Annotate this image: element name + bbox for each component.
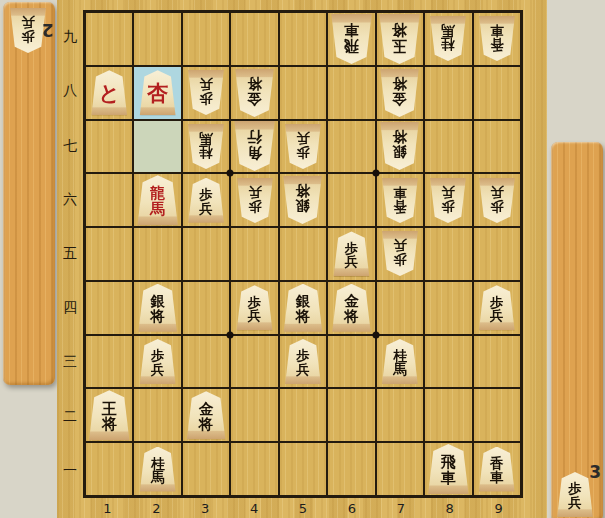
board-grid: 飛車玉将桂馬香車と杏歩兵金将金将桂馬角行歩兵銀将龍馬歩兵歩兵銀将香車歩兵歩兵歩兵… — [83, 10, 523, 498]
piece-kanji: 将 — [296, 309, 311, 324]
piece-kanji: 馬 — [151, 471, 165, 485]
piece-kanji: 車 — [490, 471, 504, 485]
shogi-piece-玉将-top[interactable]: 玉将 — [378, 14, 421, 64]
file-label-7: 7 — [376, 498, 425, 518]
shogi-piece-歩兵-top[interactable]: 歩兵 — [478, 178, 516, 223]
shogi-piece-金将-top[interactable]: 金将 — [379, 69, 420, 117]
shogi-piece-歩兵-bottom[interactable]: 歩兵 — [478, 285, 516, 330]
piece-kanji: 将 — [393, 76, 408, 91]
square-f4-r6[interactable]: 歩兵 — [231, 174, 277, 226]
piece-kanji: 銀 — [393, 145, 408, 160]
square-f3-r7[interactable]: 桂馬 — [183, 121, 229, 173]
square-f7-r4[interactable] — [377, 282, 423, 334]
square-f5-r8[interactable] — [280, 67, 326, 119]
piece-kanji: 将 — [247, 76, 262, 91]
square-f8-r9[interactable]: 桂馬 — [425, 13, 471, 65]
square-f4-r7[interactable]: 角行 — [231, 121, 277, 173]
gote-hand-stand: 歩兵 2 — [3, 2, 55, 385]
square-f2-r7[interactable] — [134, 121, 180, 173]
shogi-piece-銀将-bottom[interactable]: 銀将 — [282, 284, 323, 332]
square-f1-r3[interactable] — [86, 336, 132, 388]
shogi-piece-歩兵-bottom[interactable]: 歩兵 — [187, 178, 225, 223]
piece-kanji: 兵 — [296, 363, 310, 377]
piece-kanji: 将 — [392, 22, 407, 37]
piece-kanji: 兵 — [151, 363, 165, 377]
rank-label-五: 五 — [57, 227, 83, 281]
square-f9-r1[interactable]: 香車 — [474, 443, 520, 495]
piece-kanji: 兵 — [248, 309, 262, 323]
square-f7-r6[interactable]: 香車 — [377, 174, 423, 226]
shogi-piece-香車-top[interactable]: 香車 — [381, 178, 419, 223]
piece-kanji: 将 — [344, 309, 359, 324]
square-f7-r8[interactable]: 金将 — [377, 67, 423, 119]
shogi-piece-角行-top[interactable]: 角行 — [233, 121, 276, 171]
piece-kanji: 行 — [247, 130, 262, 145]
square-f2-r9[interactable] — [134, 13, 180, 65]
file-label-5: 5 — [279, 498, 328, 518]
square-f8-r6[interactable]: 歩兵 — [425, 174, 471, 226]
square-f5-r5[interactable] — [280, 228, 326, 280]
piece-kanji: 歩 — [296, 145, 310, 159]
square-f5-r3[interactable]: 歩兵 — [280, 336, 326, 388]
square-f3-r3[interactable] — [183, 336, 229, 388]
square-f1-r6[interactable] — [86, 174, 132, 226]
star-point — [373, 332, 380, 339]
shogi-piece-歩兵-bottom[interactable]: 歩兵 — [332, 231, 370, 276]
square-f9-r5[interactable] — [474, 228, 520, 280]
file-label-4: 4 — [230, 498, 279, 518]
square-f5-r9[interactable] — [280, 13, 326, 65]
square-f7-r9[interactable]: 玉将 — [377, 13, 423, 65]
piece-kanji: 銀 — [150, 294, 165, 309]
square-f6-r2[interactable] — [328, 389, 374, 441]
square-f5-r6[interactable]: 銀将 — [280, 174, 326, 226]
square-f6-r8[interactable] — [328, 67, 374, 119]
star-point — [227, 332, 234, 339]
piece-kanji: 香 — [490, 37, 504, 51]
piece-kanji: 車 — [344, 22, 359, 37]
square-f5-r4[interactable]: 銀将 — [280, 282, 326, 334]
shogi-piece-杏-bottom[interactable]: 杏 — [139, 70, 177, 115]
piece-kanji: 金 — [247, 91, 262, 106]
rank-label-八: 八 — [57, 64, 83, 118]
shogi-piece-歩兵-bottom[interactable]: 歩兵 — [236, 285, 274, 330]
piece-kanji: 車 — [393, 185, 407, 199]
shogi-piece-香車-top[interactable]: 香車 — [478, 16, 516, 61]
hand-group-bottom: 歩兵 3 — [551, 452, 603, 518]
square-f6-r5[interactable]: 歩兵 — [328, 228, 374, 280]
square-f6-r6[interactable] — [328, 174, 374, 226]
square-f3-r1[interactable] — [183, 443, 229, 495]
piece-kanji: 銀 — [296, 199, 311, 214]
piece-kanji: 金 — [344, 294, 359, 309]
square-f3-r9[interactable] — [183, 13, 229, 65]
shogi-piece-桂馬-bottom[interactable]: 桂馬 — [381, 339, 419, 384]
piece-kanji: 兵 — [442, 185, 456, 199]
square-f9-r3[interactable] — [474, 336, 520, 388]
piece-kanji: 将 — [296, 184, 311, 199]
square-f2-r8[interactable]: 杏 — [134, 67, 180, 119]
shogi-piece-歩兵-bottom[interactable]: 歩兵 — [139, 339, 177, 384]
shogi-piece-歩兵-top[interactable]: 歩兵 — [284, 124, 322, 169]
square-f8-r1[interactable]: 飛車 — [425, 443, 471, 495]
piece-kanji: 馬 — [393, 363, 407, 377]
hand-count-top: 2 — [42, 20, 54, 40]
square-f2-r4[interactable]: 銀将 — [134, 282, 180, 334]
square-f8-r4[interactable] — [425, 282, 471, 334]
square-f2-r1[interactable]: 桂馬 — [134, 443, 180, 495]
shogi-piece-飛車-bottom[interactable]: 飛車 — [427, 444, 470, 494]
shogi-piece-歩兵-bottom[interactable]: 歩兵 — [284, 339, 322, 384]
piece-kanji: 馬 — [442, 24, 456, 38]
square-f1-r2[interactable]: 王将 — [86, 389, 132, 441]
shogi-piece-桂馬-top[interactable]: 桂馬 — [187, 124, 225, 169]
piece-kanji: 銀 — [296, 294, 311, 309]
square-f4-r5[interactable] — [231, 228, 277, 280]
square-f7-r2[interactable] — [377, 389, 423, 441]
square-f9-r9[interactable]: 香車 — [474, 13, 520, 65]
piece-kanji: 歩 — [393, 252, 407, 266]
piece-kanji: 将 — [150, 309, 165, 324]
square-f9-r6[interactable]: 歩兵 — [474, 174, 520, 226]
square-f7-r5[interactable]: 歩兵 — [377, 228, 423, 280]
rank-label-一: 一 — [57, 444, 83, 498]
file-label-9: 9 — [474, 498, 523, 518]
square-f6-r1[interactable] — [328, 443, 374, 495]
square-f3-r6[interactable]: 歩兵 — [183, 174, 229, 226]
piece-kanji: 車 — [441, 471, 456, 486]
square-f1-r4[interactable] — [86, 282, 132, 334]
square-f8-r3[interactable] — [425, 336, 471, 388]
piece-kanji: 兵 — [568, 496, 582, 510]
square-f8-r5[interactable] — [425, 228, 471, 280]
shogi-piece-龍馬-bottom[interactable]: 龍馬 — [136, 175, 179, 225]
rank-label-九: 九 — [57, 10, 83, 64]
square-f4-r1[interactable] — [231, 443, 277, 495]
square-f6-r9[interactable]: 飛車 — [328, 13, 374, 65]
square-f2-r6[interactable]: 龍馬 — [134, 174, 180, 226]
rank-labels: 九八七六五四三二一 — [57, 10, 83, 498]
square-f1-r1[interactable] — [86, 443, 132, 495]
piece-kanji: 歩 — [199, 91, 213, 105]
piece-kanji: 兵 — [248, 185, 262, 199]
square-f3-r5[interactable] — [183, 228, 229, 280]
piece-kanji: 兵 — [21, 15, 35, 29]
shogi-piece-歩兵-top[interactable]: 歩兵 — [236, 178, 274, 223]
rank-label-六: 六 — [57, 173, 83, 227]
square-f8-r7[interactable] — [425, 121, 471, 173]
piece-kanji: 馬 — [199, 131, 213, 145]
file-label-2: 2 — [132, 498, 181, 518]
board-field: 九八七六五四三二一 飛車玉将桂馬香車と杏歩兵金将金将桂馬角行歩兵銀将龍馬歩兵歩兵… — [57, 0, 547, 518]
piece-kanji: 将 — [199, 417, 214, 432]
piece-kanji: 歩 — [21, 29, 35, 43]
file-labels: 123456789 — [83, 498, 523, 518]
sente-hand-stand: 歩兵 3 — [551, 142, 603, 518]
square-f4-r9[interactable] — [231, 13, 277, 65]
hand-group-top: 歩兵 2 — [3, 2, 55, 72]
rank-label-七: 七 — [57, 118, 83, 172]
file-label-1: 1 — [83, 498, 132, 518]
piece-kanji: 将 — [102, 417, 117, 432]
shogi-piece-歩兵-top[interactable]: 歩兵 — [187, 70, 225, 115]
rank-label-三: 三 — [57, 335, 83, 389]
square-f1-r7[interactable] — [86, 121, 132, 173]
shogi-piece-歩兵-top[interactable]: 歩兵 — [429, 178, 467, 223]
star-point — [227, 170, 234, 177]
square-f4-r2[interactable] — [231, 389, 277, 441]
square-f7-r7[interactable]: 銀将 — [377, 121, 423, 173]
piece-kanji: 角 — [247, 145, 262, 160]
square-f9-r2[interactable] — [474, 389, 520, 441]
piece-kanji: 馬 — [150, 202, 165, 217]
star-point — [373, 170, 380, 177]
shogi-piece-桂馬-top[interactable]: 桂馬 — [429, 16, 467, 61]
piece-kanji: 兵 — [490, 309, 504, 323]
piece-kanji: 杏 — [147, 83, 168, 104]
square-f8-r8[interactable] — [425, 67, 471, 119]
shogi-piece-王将-bottom[interactable]: 王将 — [88, 390, 131, 440]
square-f6-r3[interactable] — [328, 336, 374, 388]
shogi-piece-金将-bottom[interactable]: 金将 — [186, 391, 227, 439]
piece-kanji: 飛 — [344, 37, 359, 52]
square-f5-r7[interactable]: 歩兵 — [280, 121, 326, 173]
square-f5-r2[interactable] — [280, 389, 326, 441]
square-f2-r2[interactable] — [134, 389, 180, 441]
shogi-piece-香車-bottom[interactable]: 香車 — [478, 447, 516, 492]
shogi-piece-銀将-bottom[interactable]: 銀将 — [137, 284, 178, 332]
square-f9-r7[interactable] — [474, 121, 520, 173]
file-label-3: 3 — [181, 498, 230, 518]
square-f1-r5[interactable] — [86, 228, 132, 280]
square-f9-r4[interactable]: 歩兵 — [474, 282, 520, 334]
piece-kanji: 桂 — [442, 37, 456, 51]
shogi-piece-金将-bottom[interactable]: 金将 — [331, 284, 372, 332]
shogi-piece-桂馬-bottom[interactable]: 桂馬 — [139, 447, 177, 492]
file-label-8: 8 — [425, 498, 474, 518]
piece-kanji: 兵 — [345, 255, 359, 269]
square-f7-r1[interactable] — [377, 443, 423, 495]
square-f5-r1[interactable] — [280, 443, 326, 495]
file-label-6: 6 — [327, 498, 376, 518]
piece-kanji: 玉 — [392, 37, 407, 52]
square-f2-r3[interactable]: 歩兵 — [134, 336, 180, 388]
shogi-piece-銀将-top[interactable]: 銀将 — [379, 122, 420, 170]
piece-kanji: 車 — [490, 24, 504, 38]
square-f7-r3[interactable]: 桂馬 — [377, 336, 423, 388]
square-f3-r2[interactable]: 金将 — [183, 389, 229, 441]
square-f4-r3[interactable] — [231, 336, 277, 388]
shogi-piece-金将-top[interactable]: 金将 — [234, 69, 275, 117]
square-f3-r8[interactable]: 歩兵 — [183, 67, 229, 119]
piece-kanji: 兵 — [296, 131, 310, 145]
square-f2-r5[interactable] — [134, 228, 180, 280]
shogi-piece-飛車-top[interactable]: 飛車 — [330, 14, 373, 64]
piece-kanji: 金 — [199, 402, 214, 417]
rank-label-二: 二 — [57, 390, 83, 444]
square-f6-r7[interactable] — [328, 121, 374, 173]
rank-label-四: 四 — [57, 281, 83, 335]
square-f1-r8[interactable]: と — [86, 67, 132, 119]
piece-kanji: 兵 — [490, 185, 504, 199]
shogi-piece-銀将-top[interactable]: 銀将 — [282, 176, 323, 224]
square-f3-r4[interactable] — [183, 282, 229, 334]
shogi-piece-と-bottom[interactable]: と — [90, 70, 128, 115]
piece-kanji: と — [98, 83, 120, 104]
piece-kanji: 兵 — [393, 239, 407, 253]
piece-kanji: 兵 — [199, 77, 213, 91]
square-f9-r8[interactable] — [474, 67, 520, 119]
piece-kanji: 桂 — [199, 145, 213, 159]
square-f6-r4[interactable]: 金将 — [328, 282, 374, 334]
square-f1-r9[interactable] — [86, 13, 132, 65]
square-f4-r8[interactable]: 金将 — [231, 67, 277, 119]
piece-kanji: 兵 — [199, 202, 213, 216]
shogi-piece-歩兵-top[interactable]: 歩兵 — [381, 231, 419, 276]
square-f4-r4[interactable]: 歩兵 — [231, 282, 277, 334]
piece-kanji: 将 — [393, 130, 408, 145]
hand-count-bottom: 3 — [589, 462, 601, 482]
square-f8-r2[interactable] — [425, 389, 471, 441]
piece-kanji: 金 — [393, 91, 408, 106]
